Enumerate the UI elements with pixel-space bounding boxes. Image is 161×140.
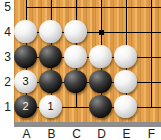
intersection-F3[interactable]	[138, 44, 161, 69]
intersection-C2[interactable]	[63, 69, 88, 94]
row-label-2: 2	[0, 75, 11, 89]
go-board: 321	[14, 0, 161, 122]
stones-grid: 321	[13, 0, 161, 119]
intersection-C5[interactable]	[63, 0, 88, 19]
col-label-A: A	[14, 127, 39, 140]
intersection-F1[interactable]	[138, 94, 161, 119]
intersection-D1[interactable]	[88, 94, 113, 119]
col-label-C: C	[64, 127, 89, 140]
white-stone-E3	[114, 45, 137, 68]
white-stone-E1	[114, 95, 137, 118]
white-stone-D3	[89, 45, 112, 68]
white-stone-A4	[14, 20, 37, 43]
row-label-4: 4	[0, 25, 11, 39]
row-label-3: 3	[0, 50, 11, 64]
intersection-C3[interactable]	[63, 44, 88, 69]
black-stone-D2	[89, 70, 112, 93]
black-stone-B3	[39, 45, 62, 68]
white-stone-B1: 1	[39, 95, 62, 118]
white-stone-C3	[64, 45, 87, 68]
intersection-D2[interactable]	[88, 69, 113, 94]
col-label-F: F	[139, 127, 161, 140]
white-stone-C4	[64, 20, 87, 43]
intersection-B5[interactable]	[38, 0, 63, 19]
col-label-B: B	[39, 127, 64, 140]
col-label-E: E	[114, 127, 139, 140]
black-stone-A1: 2	[14, 95, 37, 118]
black-stone-B2	[39, 70, 62, 93]
intersection-F4[interactable]	[138, 19, 161, 44]
intersection-E1[interactable]	[113, 94, 138, 119]
intersection-A1[interactable]: 2	[13, 94, 38, 119]
go-diagram: 5 4 3 2 1 321 A B C D E F	[0, 0, 161, 140]
intersection-C4[interactable]	[63, 19, 88, 44]
intersection-D5[interactable]	[88, 0, 113, 19]
intersection-C1[interactable]	[63, 94, 88, 119]
black-stone-D1	[89, 95, 112, 118]
intersection-B2[interactable]	[38, 69, 63, 94]
intersection-E2[interactable]	[113, 69, 138, 94]
intersection-B4[interactable]	[38, 19, 63, 44]
intersection-A5[interactable]	[13, 0, 38, 19]
intersection-B1[interactable]: 1	[38, 94, 63, 119]
black-stone-A3	[14, 45, 37, 68]
white-stone-A2: 3	[14, 70, 37, 93]
black-stone-C2	[64, 70, 87, 93]
col-label-D: D	[89, 127, 114, 140]
intersection-F2[interactable]	[138, 69, 161, 94]
white-stone-E2	[114, 70, 137, 93]
intersection-B3[interactable]	[38, 44, 63, 69]
intersection-E4[interactable]	[113, 19, 138, 44]
intersection-A4[interactable]	[13, 19, 38, 44]
intersection-D3[interactable]	[88, 44, 113, 69]
row-label-1: 1	[0, 100, 11, 114]
intersection-F5[interactable]	[138, 0, 161, 19]
intersection-E3[interactable]	[113, 44, 138, 69]
intersection-E5[interactable]	[113, 0, 138, 19]
white-stone-B4	[39, 20, 62, 43]
intersection-A2[interactable]: 3	[13, 69, 38, 94]
intersection-D4[interactable]	[88, 19, 113, 44]
row-label-5: 5	[0, 0, 11, 14]
intersection-A3[interactable]	[13, 44, 38, 69]
